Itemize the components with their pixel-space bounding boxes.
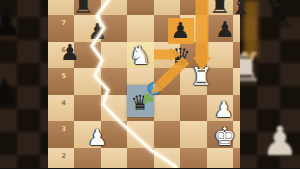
background-piece-2: ♟ [262,121,298,161]
rank-label-4: 4 [62,99,67,107]
rank-label-2: 2 [62,152,67,160]
square-f2[interactable] [180,148,207,169]
piece-white-n-d6[interactable]: ♞ [129,42,151,67]
background-piece-1: ♟ [0,75,19,109]
piece-black-r-b8[interactable]: ♜ [72,0,94,17]
green-effect-blob-2 [143,100,147,104]
square-b4[interactable] [74,95,101,122]
square-c2[interactable] [101,148,128,169]
rank-label-5: 5 [62,72,67,80]
square-a8[interactable] [48,0,75,15]
square-c4[interactable] [101,95,128,122]
file-label-b: b [82,158,86,164]
rank-label-3: 3 [62,125,67,133]
piece-white-r-f5[interactable]: ♜ [190,65,212,89]
square-f3[interactable] [180,121,207,148]
rank-label-7: 7 [62,19,67,27]
square-f4[interactable] [180,95,207,122]
great-move-badge: ! [148,82,161,95]
file-label-d: d [135,158,139,164]
piece-white-p-b3[interactable]: ♟ [87,127,107,149]
piece-black-b-h8[interactable]: ♝ [230,0,252,17]
chess-video-frame: 765432bcdefg ♛ ! ♟♟ ♜♜♟ ♜♜♝♟♟♟♟♛♞♜♟♟♚ [0,0,300,168]
piece-white-k-g3[interactable]: ♚ [214,124,236,149]
piece-black-p-b7[interactable]: ♟ [87,21,107,43]
file-label-g: g [215,158,219,164]
square-d3[interactable] [127,121,154,148]
square-b5[interactable] [74,68,101,95]
square-c5[interactable] [101,68,128,95]
square-b2[interactable] [74,148,101,169]
piece-black-q-f6[interactable]: ♛ [169,45,191,69]
file-label-f: f [188,158,190,164]
square-c6[interactable] [101,42,128,69]
square-d8[interactable] [127,0,154,15]
square-e4[interactable] [154,95,181,122]
file-label-c: c [109,158,112,164]
green-effect-blob-1 [148,97,153,102]
square-e3[interactable] [154,121,181,148]
file-label-e: e [162,158,166,164]
square-d7[interactable] [127,15,154,42]
square-e8[interactable] [154,0,181,15]
square-c8[interactable] [101,0,128,15]
piece-black-p-g7[interactable]: ♟ [215,19,235,41]
piece-black-p-f7[interactable]: ♟ [170,20,190,42]
background-piece-0: ♜ [262,0,296,33]
piece-white-p-g4[interactable]: ♟ [214,99,234,121]
piece-black-r-g8[interactable]: ♜ [209,0,231,17]
square-d2[interactable] [127,148,154,169]
square-e2[interactable] [154,148,181,169]
piece-black-p-a6[interactable]: ♟ [60,42,80,64]
square-f8[interactable] [180,0,207,15]
blurred-board-strip-right: ♜♜♟ [240,0,300,168]
blurred-board-strip-left: ♟♟ [0,0,48,168]
background-piece-0: ♟ [0,6,22,42]
